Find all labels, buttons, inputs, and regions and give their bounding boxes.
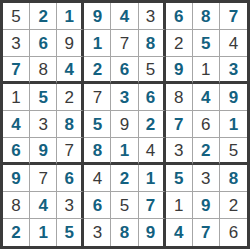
- cell-r2c8[interactable]: 5: [193, 30, 220, 57]
- cell-r4c7[interactable]: 8: [166, 84, 193, 111]
- cell-r3c8[interactable]: 1: [193, 57, 220, 84]
- sudoku-board: 5219436873691782547842659131527368494385…: [0, 0, 250, 249]
- cell-r1c7[interactable]: 6: [166, 3, 193, 30]
- cell-r9c3[interactable]: 5: [57, 219, 84, 246]
- cell-r6c6[interactable]: 4: [139, 138, 166, 165]
- cell-r7c1[interactable]: 9: [3, 165, 30, 192]
- cell-r7c2[interactable]: 7: [30, 165, 57, 192]
- cell-r1c5[interactable]: 4: [111, 3, 138, 30]
- cell-r2c2[interactable]: 6: [30, 30, 57, 57]
- cell-r6c4[interactable]: 8: [84, 138, 111, 165]
- cell-r5c8[interactable]: 6: [193, 111, 220, 138]
- cell-r3c4[interactable]: 2: [84, 57, 111, 84]
- cell-r8c2[interactable]: 4: [30, 192, 57, 219]
- cell-r9c4[interactable]: 3: [84, 219, 111, 246]
- cell-r1c2[interactable]: 2: [30, 3, 57, 30]
- cell-r3c2[interactable]: 8: [30, 57, 57, 84]
- cell-r5c9[interactable]: 1: [220, 111, 247, 138]
- cell-r5c4[interactable]: 5: [84, 111, 111, 138]
- cell-r8c5[interactable]: 5: [111, 192, 138, 219]
- cell-r9c1[interactable]: 2: [3, 219, 30, 246]
- cell-r1c1[interactable]: 5: [3, 3, 30, 30]
- cell-r4c4[interactable]: 7: [84, 84, 111, 111]
- cell-r8c6[interactable]: 7: [139, 192, 166, 219]
- cell-r7c9[interactable]: 8: [220, 165, 247, 192]
- cell-r3c1[interactable]: 7: [3, 57, 30, 84]
- cell-r7c3[interactable]: 6: [57, 165, 84, 192]
- cell-r5c7[interactable]: 7: [166, 111, 193, 138]
- cell-r2c4[interactable]: 1: [84, 30, 111, 57]
- cell-r4c3[interactable]: 2: [57, 84, 84, 111]
- cell-r3c5[interactable]: 6: [111, 57, 138, 84]
- cell-r2c9[interactable]: 4: [220, 30, 247, 57]
- cell-r1c4[interactable]: 9: [84, 3, 111, 30]
- cell-r6c3[interactable]: 7: [57, 138, 84, 165]
- cell-r2c6[interactable]: 8: [139, 30, 166, 57]
- cell-r9c6[interactable]: 9: [139, 219, 166, 246]
- cell-r2c5[interactable]: 7: [111, 30, 138, 57]
- cell-r4c5[interactable]: 3: [111, 84, 138, 111]
- cell-r2c7[interactable]: 2: [166, 30, 193, 57]
- cell-r7c7[interactable]: 5: [166, 165, 193, 192]
- cell-r2c1[interactable]: 3: [3, 30, 30, 57]
- cell-r3c7[interactable]: 9: [166, 57, 193, 84]
- cell-r4c9[interactable]: 9: [220, 84, 247, 111]
- cell-r3c6[interactable]: 5: [139, 57, 166, 84]
- cell-r7c4[interactable]: 4: [84, 165, 111, 192]
- cell-r7c8[interactable]: 3: [193, 165, 220, 192]
- cell-r8c8[interactable]: 9: [193, 192, 220, 219]
- cell-r6c5[interactable]: 1: [111, 138, 138, 165]
- cell-r9c9[interactable]: 6: [220, 219, 247, 246]
- cell-r3c3[interactable]: 4: [57, 57, 84, 84]
- cell-r8c1[interactable]: 8: [3, 192, 30, 219]
- cell-r9c5[interactable]: 8: [111, 219, 138, 246]
- cell-r7c6[interactable]: 1: [139, 165, 166, 192]
- cell-r6c2[interactable]: 9: [30, 138, 57, 165]
- cell-r1c9[interactable]: 7: [220, 3, 247, 30]
- cell-r7c5[interactable]: 2: [111, 165, 138, 192]
- cell-r1c8[interactable]: 8: [193, 3, 220, 30]
- cell-r8c3[interactable]: 3: [57, 192, 84, 219]
- cell-r1c3[interactable]: 1: [57, 3, 84, 30]
- cell-r8c9[interactable]: 2: [220, 192, 247, 219]
- cell-r5c3[interactable]: 8: [57, 111, 84, 138]
- cell-r4c2[interactable]: 5: [30, 84, 57, 111]
- cell-r5c6[interactable]: 2: [139, 111, 166, 138]
- cell-r2c3[interactable]: 9: [57, 30, 84, 57]
- cell-r4c8[interactable]: 4: [193, 84, 220, 111]
- cell-r5c1[interactable]: 4: [3, 111, 30, 138]
- cell-r9c8[interactable]: 7: [193, 219, 220, 246]
- cell-r6c7[interactable]: 3: [166, 138, 193, 165]
- cell-r4c1[interactable]: 1: [3, 84, 30, 111]
- cell-r6c1[interactable]: 6: [3, 138, 30, 165]
- cell-r9c2[interactable]: 1: [30, 219, 57, 246]
- cell-r6c9[interactable]: 5: [220, 138, 247, 165]
- cell-r5c5[interactable]: 9: [111, 111, 138, 138]
- cell-r4c6[interactable]: 6: [139, 84, 166, 111]
- cell-r8c4[interactable]: 6: [84, 192, 111, 219]
- cell-r3c9[interactable]: 3: [220, 57, 247, 84]
- cell-r6c8[interactable]: 2: [193, 138, 220, 165]
- cell-r5c2[interactable]: 3: [30, 111, 57, 138]
- cell-r9c7[interactable]: 4: [166, 219, 193, 246]
- cell-r1c6[interactable]: 3: [139, 3, 166, 30]
- cell-r8c7[interactable]: 1: [166, 192, 193, 219]
